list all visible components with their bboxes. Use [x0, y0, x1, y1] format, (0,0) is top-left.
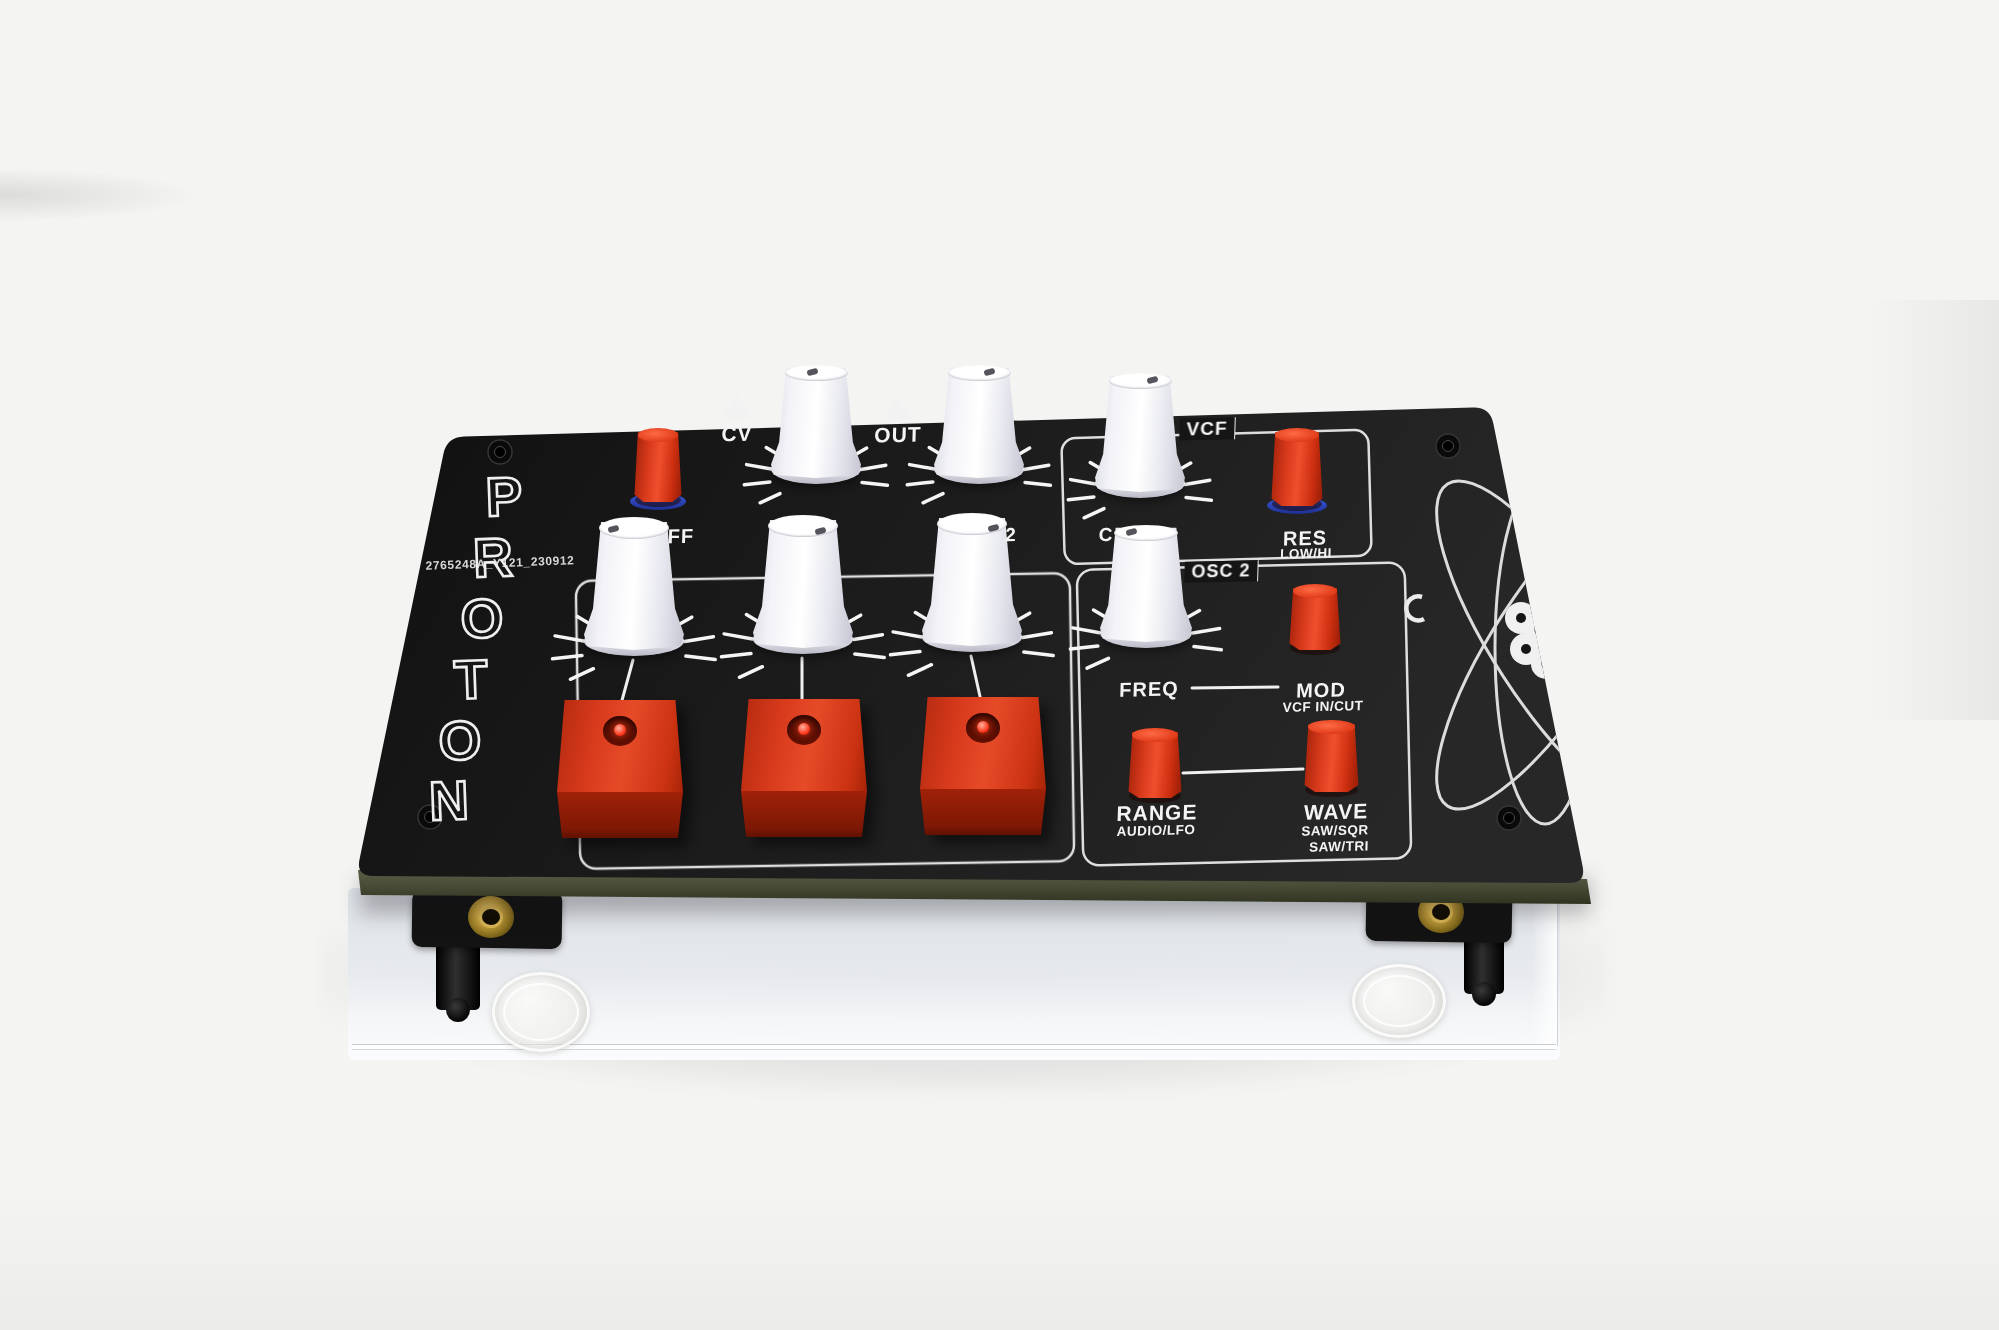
button-top-face	[557, 700, 683, 792]
push-button-3[interactable]	[920, 697, 1046, 835]
knob-body	[771, 366, 861, 478]
trimmer-cap	[1308, 720, 1354, 734]
knob-top-2[interactable]	[934, 366, 1024, 478]
knob-body	[1095, 374, 1185, 492]
panel-artwork	[0, 0, 1999, 1330]
trimmer-cap	[1275, 428, 1319, 442]
model-letter-r: R	[472, 530, 514, 586]
knob-vcf-cutoff[interactable]	[1095, 374, 1185, 492]
cv-arrow-icon	[722, 395, 752, 418]
knob-osc2-freq[interactable]	[1100, 526, 1192, 642]
button-front-face	[741, 791, 867, 837]
cv-label: CV	[721, 423, 753, 445]
wave-sub-label: SAW/SQR	[1301, 823, 1369, 838]
product-photo-proton-synth: CV OUT FF VCF 2 C RES LOW/HI OSC 2 FREQ …	[0, 0, 1999, 1330]
knob-body	[1100, 526, 1192, 642]
wave-label: WAVE	[1304, 800, 1369, 822]
trimmer-cap	[1293, 584, 1337, 598]
out-label: OUT	[874, 423, 922, 445]
vcf-section-title: VCF	[1179, 417, 1235, 439]
button-top-face	[741, 699, 867, 791]
led-indicator	[614, 724, 626, 736]
knob2-partial-label: 2	[1005, 525, 1017, 544]
knob-cap	[768, 515, 838, 537]
wave-sub2-label: SAW/TRI	[1309, 839, 1369, 854]
res-sub-label: LOW/HI	[1280, 546, 1332, 561]
trimmer-osc2-range[interactable]	[1128, 730, 1182, 798]
knob-cap	[948, 365, 1011, 381]
range-sub-label: AUDIO/LFO	[1116, 823, 1195, 838]
vcf-cutoff-partial-label: C	[1098, 525, 1113, 544]
cutoff-partial-label: FF	[667, 526, 694, 547]
mod-label: MOD	[1296, 679, 1346, 700]
model-letter-p: P	[485, 469, 524, 525]
led-indicator	[977, 721, 989, 733]
button-front-face	[920, 789, 1046, 835]
out-arrow-icon	[883, 397, 913, 420]
push-button-2[interactable]	[741, 699, 867, 837]
trimmer-vcf-res[interactable]	[1271, 430, 1323, 506]
model-letter-n: N	[428, 773, 470, 829]
trimmer-cap	[1132, 728, 1177, 742]
knob-cap	[1109, 373, 1172, 389]
trimmer-cutoff-cv[interactable]	[634, 430, 682, 502]
knob-body	[753, 518, 853, 648]
knob-cap	[1114, 525, 1178, 541]
led-indicator	[798, 723, 810, 735]
freq-label: FREQ	[1119, 678, 1179, 699]
button-front-face	[557, 792, 683, 838]
range-label: RANGE	[1116, 801, 1197, 824]
model-letter-o2: O	[438, 713, 483, 769]
button-top-face	[920, 697, 1046, 789]
mod-sub-label: VCF IN/CUT	[1282, 699, 1363, 714]
knob-mix-2[interactable]	[753, 518, 853, 648]
push-button-1[interactable]	[557, 700, 683, 838]
trimmer-cap	[638, 428, 678, 442]
knob-body	[934, 366, 1024, 478]
model-letter-t: T	[453, 652, 489, 708]
trimmer-osc2-mod[interactable]	[1289, 586, 1341, 650]
model-letter-o1: O	[460, 591, 505, 647]
knob-top-1[interactable]	[771, 366, 861, 478]
osc2-section-title: OSC 2	[1184, 560, 1258, 582]
trimmer-osc2-wave[interactable]	[1304, 722, 1359, 792]
